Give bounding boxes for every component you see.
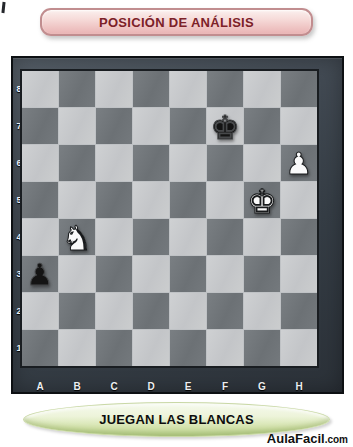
square-g5[interactable]: ♚ (244, 182, 280, 218)
white-knight: ♞ (62, 221, 92, 255)
square-d4[interactable] (133, 219, 169, 255)
square-f5[interactable] (207, 182, 243, 218)
screenshot: POSICIÓN DE ANÁLISIS 87654321 ♚♟♚♞♟ ABCD… (0, 0, 353, 447)
brand-name: AulaFacil (267, 431, 325, 446)
white-pawn: ♟ (286, 149, 313, 179)
square-f3[interactable] (207, 256, 243, 292)
square-c4[interactable] (96, 219, 132, 255)
square-c7[interactable] (96, 108, 132, 144)
square-c1[interactable] (96, 330, 132, 366)
square-e5[interactable] (170, 182, 206, 218)
square-a7[interactable] (22, 108, 58, 144)
file-label-b: B (59, 380, 95, 394)
file-label-e: E (170, 380, 206, 394)
square-f7[interactable]: ♚ (207, 108, 243, 144)
brand: AulaFacil.com (267, 431, 348, 446)
square-f8[interactable] (207, 71, 243, 107)
square-f2[interactable] (207, 293, 243, 329)
square-b3[interactable] (59, 256, 95, 292)
page-title: POSICIÓN DE ANÁLISIS (99, 16, 254, 29)
file-label-g: G (244, 380, 280, 394)
square-b1[interactable] (59, 330, 95, 366)
square-c3[interactable] (96, 256, 132, 292)
square-c2[interactable] (96, 293, 132, 329)
square-e8[interactable] (170, 71, 206, 107)
square-h3[interactable] (281, 256, 317, 292)
square-b7[interactable] (59, 108, 95, 144)
square-h1[interactable] (281, 330, 317, 366)
file-label-d: D (133, 380, 169, 394)
square-e1[interactable] (170, 330, 206, 366)
square-a2[interactable] (22, 293, 58, 329)
square-b2[interactable] (59, 293, 95, 329)
square-g8[interactable] (244, 71, 280, 107)
analysis-banner: POSICIÓN DE ANÁLISIS (40, 8, 313, 36)
square-e7[interactable] (170, 108, 206, 144)
square-e2[interactable] (170, 293, 206, 329)
chess-board: 87654321 ♚♟♚♞♟ ABCDEFGH (11, 56, 344, 394)
square-g1[interactable] (244, 330, 280, 366)
square-a1[interactable] (22, 330, 58, 366)
square-h5[interactable] (281, 182, 317, 218)
file-labels: ABCDEFGH (22, 380, 317, 394)
square-a4[interactable] (22, 219, 58, 255)
square-f4[interactable] (207, 219, 243, 255)
square-a8[interactable] (22, 71, 58, 107)
square-c8[interactable] (96, 71, 132, 107)
square-b6[interactable] (59, 145, 95, 181)
square-b8[interactable] (59, 71, 95, 107)
square-g4[interactable] (244, 219, 280, 255)
board-grid: ♚♟♚♞♟ (22, 71, 317, 366)
black-king: ♚ (210, 111, 240, 144)
square-d8[interactable] (133, 71, 169, 107)
square-d7[interactable] (133, 108, 169, 144)
square-d5[interactable] (133, 182, 169, 218)
square-d2[interactable] (133, 293, 169, 329)
square-h4[interactable] (281, 219, 317, 255)
square-h6[interactable]: ♟ (281, 145, 317, 181)
black-pawn: ♟ (27, 260, 54, 290)
square-g2[interactable] (244, 293, 280, 329)
square-h2[interactable] (281, 293, 317, 329)
square-h8[interactable] (281, 71, 317, 107)
white-king: ♚ (247, 185, 277, 218)
square-f1[interactable] (207, 330, 243, 366)
file-label-c: C (96, 380, 132, 394)
square-g6[interactable] (244, 145, 280, 181)
square-d1[interactable] (133, 330, 169, 366)
corner-mark (1, 2, 5, 13)
square-d3[interactable] (133, 256, 169, 292)
square-a6[interactable] (22, 145, 58, 181)
brand-suffix: .com (325, 434, 348, 445)
square-e4[interactable] (170, 219, 206, 255)
square-b4[interactable]: ♞ (59, 219, 95, 255)
file-label-a: A (22, 380, 58, 394)
square-e3[interactable] (170, 256, 206, 292)
square-e6[interactable] (170, 145, 206, 181)
turn-banner-label: JUEGAN LAS BLANCAS (99, 413, 254, 426)
square-c6[interactable] (96, 145, 132, 181)
square-g7[interactable] (244, 108, 280, 144)
file-label-h: H (281, 380, 317, 394)
square-a3[interactable]: ♟ (22, 256, 58, 292)
file-label-f: F (207, 380, 243, 394)
square-f6[interactable] (207, 145, 243, 181)
square-c5[interactable] (96, 182, 132, 218)
square-d6[interactable] (133, 145, 169, 181)
square-b5[interactable] (59, 182, 95, 218)
square-h7[interactable] (281, 108, 317, 144)
square-g3[interactable] (244, 256, 280, 292)
square-a5[interactable] (22, 182, 58, 218)
